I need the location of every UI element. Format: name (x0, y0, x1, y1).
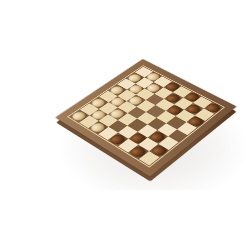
board-tilt-wrapper (0, 0, 250, 250)
checkers-board (56, 59, 237, 176)
product-photo-stage (0, 0, 250, 250)
board-field (70, 67, 222, 166)
